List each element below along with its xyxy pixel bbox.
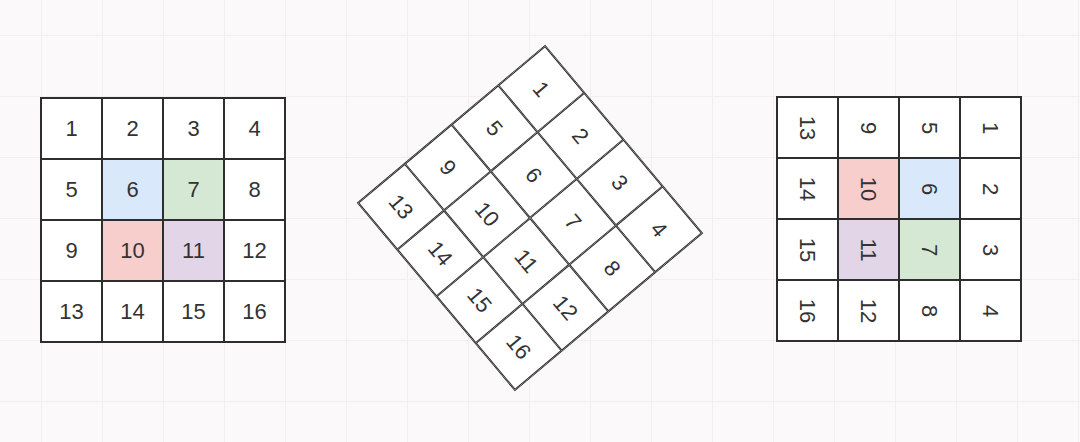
cell-value: 2 <box>126 118 138 140</box>
cell-value: 7 <box>187 179 199 201</box>
original-matrix-board: 12345678910111213141516 <box>40 97 286 343</box>
cell-3: 3 <box>163 98 224 159</box>
cell-value: 13 <box>59 301 83 323</box>
cell-8: 8 <box>899 280 960 341</box>
cell-value: 5 <box>65 179 77 201</box>
cell-value: 3 <box>607 171 632 195</box>
cell-14: 14 <box>102 281 163 342</box>
cell-value: 16 <box>502 330 535 363</box>
cell-value: 14 <box>424 237 457 270</box>
cell-value: 9 <box>435 156 460 180</box>
cell-value: 13 <box>796 115 818 139</box>
cell-value: 5 <box>919 121 941 133</box>
cell-value: 6 <box>126 179 138 201</box>
cell-7: 7 <box>163 159 224 220</box>
cell-value: 1 <box>980 121 1002 133</box>
cell-15: 15 <box>777 219 838 280</box>
cell-value: 9 <box>65 240 77 262</box>
cell-12: 12 <box>224 220 285 281</box>
cell-value: 3 <box>980 243 1002 255</box>
cell-6: 6 <box>899 158 960 219</box>
rotating-matrix-board: 12345678910111213141516 <box>357 45 704 392</box>
cell-8: 8 <box>224 159 285 220</box>
cell-10: 10 <box>838 158 899 219</box>
cell-5: 5 <box>899 97 960 158</box>
cell-16: 16 <box>224 281 285 342</box>
cell-9: 9 <box>838 97 899 158</box>
cell-value: 15 <box>181 301 205 323</box>
cell-13: 13 <box>777 97 838 158</box>
cell-value: 14 <box>120 301 144 323</box>
cell-value: 16 <box>242 301 266 323</box>
cell-1: 1 <box>41 98 102 159</box>
cell-3: 3 <box>960 219 1021 280</box>
cell-value: 10 <box>857 176 879 200</box>
cell-16: 16 <box>777 280 838 341</box>
cell-value: 4 <box>248 118 260 140</box>
rotated-matrix-board: 13951141062151173161284 <box>776 96 1022 342</box>
cell-value: 10 <box>120 240 144 262</box>
cell-value: 2 <box>568 124 593 148</box>
cell-value: 11 <box>510 245 542 277</box>
cell-14: 14 <box>777 158 838 219</box>
cell-value: 12 <box>857 298 879 322</box>
cell-value: 15 <box>796 237 818 261</box>
cell-value: 12 <box>549 291 582 324</box>
cell-value: 1 <box>529 77 554 101</box>
cell-6: 6 <box>102 159 163 220</box>
cell-value: 9 <box>858 121 880 133</box>
cell-value: 12 <box>242 240 266 262</box>
cell-value: 5 <box>482 117 507 141</box>
cell-value: 11 <box>182 240 205 262</box>
cell-value: 1 <box>65 118 77 140</box>
cell-1: 1 <box>960 97 1021 158</box>
cell-4: 4 <box>960 280 1021 341</box>
cell-value: 10 <box>471 198 504 231</box>
cell-13: 13 <box>41 281 102 342</box>
cell-4: 4 <box>224 98 285 159</box>
cell-12: 12 <box>838 280 899 341</box>
cell-15: 15 <box>163 281 224 342</box>
cell-2: 2 <box>102 98 163 159</box>
cell-value: 7 <box>919 243 941 255</box>
cell-value: 8 <box>248 179 260 201</box>
cell-2: 2 <box>960 158 1021 219</box>
cell-10: 10 <box>102 220 163 281</box>
cell-value: 14 <box>796 176 818 200</box>
cell-5: 5 <box>41 159 102 220</box>
cell-11: 11 <box>838 219 899 280</box>
cell-value: 4 <box>980 304 1002 316</box>
cell-value: 4 <box>647 218 672 242</box>
cell-value: 7 <box>561 210 586 234</box>
cell-value: 6 <box>521 163 546 187</box>
cell-value: 2 <box>980 182 1002 194</box>
cell-9: 9 <box>41 220 102 281</box>
cell-value: 6 <box>919 182 941 194</box>
cell-value: 3 <box>187 118 199 140</box>
cell-value: 15 <box>463 284 496 317</box>
cell-value: 16 <box>796 298 818 322</box>
cell-11: 11 <box>163 220 224 281</box>
cell-value: 13 <box>385 190 418 223</box>
cell-value: 11 <box>858 238 880 261</box>
diagram-canvas: 12345678910111213141516 1234567891011121… <box>0 0 1080 442</box>
cell-value: 8 <box>919 304 941 316</box>
cell-value: 8 <box>600 257 625 281</box>
cell-7: 7 <box>899 219 960 280</box>
